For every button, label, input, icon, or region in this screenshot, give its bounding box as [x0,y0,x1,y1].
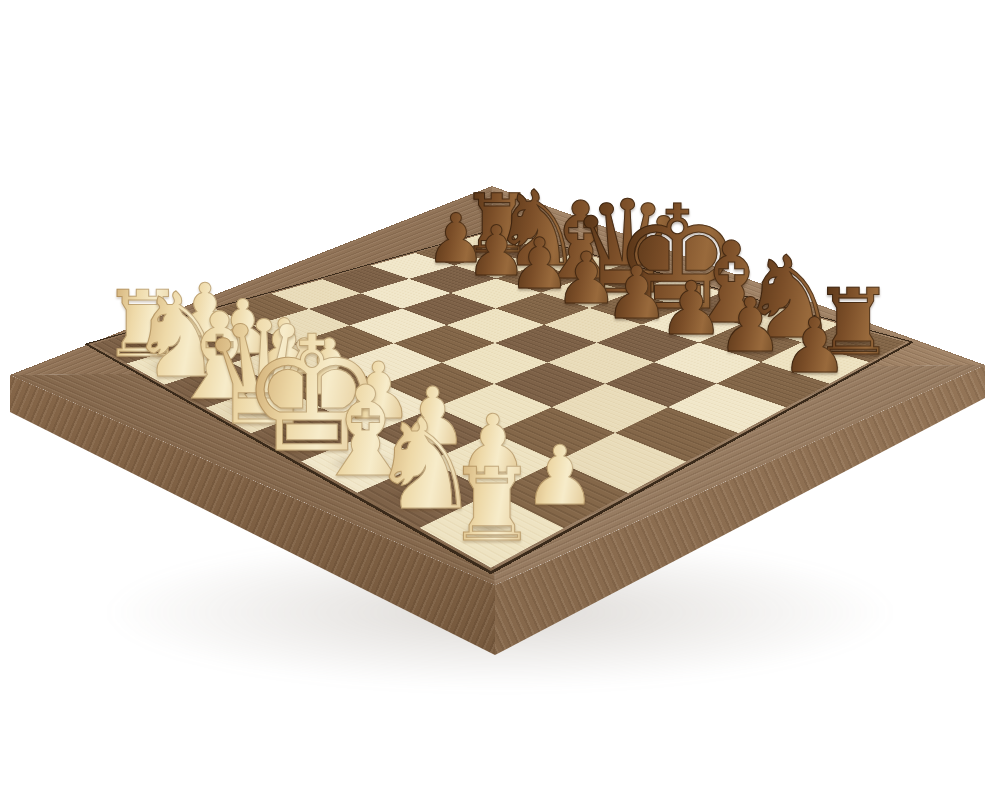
chess-set-photo: ♜♞♝♛♚♝♞♜♟♟♟♟♟♟♟♟♟♟♟♟♟♟♟♟♜♞♝♛♚♝♞♜ [0,0,1000,800]
board-playing-area [93,230,905,567]
